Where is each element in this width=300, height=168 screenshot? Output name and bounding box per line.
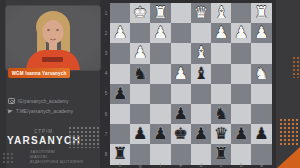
instagram-handle: IG/yarsanych_academy — [18, 99, 69, 104]
square-a2[interactable]: ♟ — [251, 23, 271, 43]
square-f2[interactable]: ♟ — [150, 23, 170, 43]
file-label-d: d — [191, 163, 211, 168]
instagram-icon — [8, 98, 15, 105]
tagline-block: ЗАХОПЛИВІ ШАХОВІ ВІДЕОУРОКИ ЩОТИЖНЯ — [30, 150, 83, 165]
square-c4[interactable] — [211, 64, 231, 84]
square-e3[interactable] — [171, 43, 191, 63]
white-pawn[interactable]: ♟ — [234, 25, 248, 41]
square-e1[interactable] — [171, 3, 191, 23]
square-h6[interactable] — [110, 104, 130, 124]
white-king[interactable]: ♚ — [133, 5, 147, 21]
white-pawn[interactable]: ♟ — [254, 25, 268, 41]
black-pawn[interactable]: ♟ — [174, 106, 188, 122]
square-a3[interactable] — [251, 43, 271, 63]
dot-grid-decoration — [68, 126, 100, 148]
square-a6[interactable] — [251, 104, 271, 124]
rank-label-2: 2 — [103, 31, 109, 36]
square-c8[interactable]: ♜ — [211, 144, 231, 164]
black-pawn[interactable]: ♟ — [153, 126, 167, 142]
social-links: IG/yarsanych_academy T.ME/yarsanych_acad… — [8, 96, 98, 116]
square-f1[interactable]: ♜ — [150, 3, 170, 23]
square-e5[interactable] — [171, 84, 191, 104]
file-label-e: e — [171, 163, 191, 168]
file-label-c: c — [211, 163, 231, 168]
square-d7[interactable]: ♟ — [191, 124, 211, 144]
square-g5[interactable] — [130, 84, 150, 104]
corner-accent — [277, 147, 300, 168]
file-label-g: g — [130, 163, 150, 168]
square-g4[interactable]: ♞ — [130, 64, 150, 84]
file-label-b: b — [231, 163, 251, 168]
white-bishop[interactable]: ♝ — [194, 45, 208, 61]
rank-label-3: 3 — [103, 51, 109, 56]
square-f7[interactable]: ♟ — [150, 124, 170, 144]
dot-grid-decoration — [292, 56, 300, 78]
square-b6[interactable] — [231, 104, 251, 124]
square-c1[interactable]: ♝ — [211, 3, 231, 23]
square-e8[interactable] — [171, 144, 191, 164]
rank-label-6: 6 — [103, 112, 109, 117]
square-f8[interactable] — [150, 144, 170, 164]
square-d6[interactable] — [191, 104, 211, 124]
white-bishop[interactable]: ♝ — [214, 5, 228, 21]
square-g7[interactable]: ♟ — [130, 124, 150, 144]
white-pawn[interactable]: ♟ — [113, 25, 127, 41]
social-row-telegram[interactable]: T.ME/yarsanych_academy — [8, 106, 98, 116]
square-e4[interactable]: ♟ — [171, 64, 191, 84]
square-h8[interactable]: ♜ — [110, 144, 130, 164]
tagline-line: ВІДЕОУРОКИ ЩОТИЖНЯ — [30, 160, 83, 165]
black-rook[interactable]: ♜ — [214, 146, 228, 162]
black-pawn[interactable]: ♟ — [113, 85, 127, 101]
square-h5[interactable]: ♟ — [110, 84, 130, 104]
rank-label-1: 1 — [103, 11, 109, 16]
square-a5[interactable] — [251, 84, 271, 104]
square-h3[interactable] — [110, 43, 130, 63]
kicker-label: СТРІМ — [7, 129, 53, 134]
square-f4[interactable] — [150, 64, 170, 84]
square-c2[interactable]: ♟ — [211, 23, 231, 43]
square-a8[interactable] — [251, 144, 271, 164]
white-queen[interactable]: ♛ — [194, 5, 208, 21]
white-pawn[interactable]: ♟ — [174, 65, 188, 81]
square-d2[interactable] — [191, 23, 211, 43]
square-d1[interactable]: ♛ — [191, 3, 211, 23]
square-f6[interactable] — [150, 104, 170, 124]
streamer-name-banner-label: WGM Ivanna Yarsanych — [12, 71, 67, 76]
black-pawn[interactable]: ♟ — [254, 126, 268, 142]
square-g3[interactable]: ♟ — [130, 43, 150, 63]
square-b8[interactable] — [231, 144, 251, 164]
streamer-portrait — [6, 6, 100, 70]
square-f5[interactable] — [150, 84, 170, 104]
square-b3[interactable] — [231, 43, 251, 63]
file-label-h: h — [110, 163, 130, 168]
square-g1[interactable]: ♚ — [130, 3, 150, 23]
file-label-a: a — [251, 163, 271, 168]
square-c7[interactable]: ♛ — [211, 124, 231, 144]
dot-grid-decoration — [279, 118, 299, 145]
black-rook[interactable]: ♜ — [113, 146, 127, 162]
webcam-frame — [6, 6, 100, 70]
square-g6[interactable] — [130, 104, 150, 124]
rank-label-4: 4 — [103, 71, 109, 76]
black-pawn[interactable]: ♟ — [133, 126, 147, 142]
social-row-instagram[interactable]: IG/yarsanych_academy — [8, 96, 98, 106]
square-h7[interactable] — [110, 124, 130, 144]
square-g2[interactable] — [130, 23, 150, 43]
white-pawn[interactable]: ♟ — [153, 25, 167, 41]
black-knight[interactable]: ♞ — [133, 65, 147, 81]
telegram-icon — [8, 109, 14, 114]
square-c6[interactable]: ♞ — [211, 104, 231, 124]
square-c5[interactable] — [211, 84, 231, 104]
white-knight[interactable]: ♞ — [254, 65, 268, 81]
telegram-handle: T.ME/yarsanych_academy — [16, 109, 73, 114]
square-e6[interactable]: ♟ — [171, 104, 191, 124]
square-d3[interactable]: ♝ — [191, 43, 211, 63]
square-h2[interactable]: ♟ — [110, 23, 130, 43]
rank-label-8: 8 — [103, 152, 109, 157]
black-pawn[interactable]: ♟ — [194, 126, 208, 142]
white-rook[interactable]: ♜ — [153, 5, 167, 21]
white-rook[interactable]: ♜ — [254, 5, 268, 21]
square-a4[interactable]: ♞ — [251, 64, 271, 84]
black-pawn[interactable]: ♟ — [234, 126, 248, 142]
square-h4[interactable] — [110, 64, 130, 84]
square-b4[interactable] — [231, 64, 251, 84]
dot-grid-decoration — [2, 152, 14, 165]
chess-board[interactable]: ♚♜♛♝♜♟♟♟♟♟♟♝♞♟♝♞♟♟♞♟♟♚♟♛♟♟♜♜ — [110, 3, 272, 165]
square-b7[interactable]: ♟ — [231, 124, 251, 144]
streamer-name-banner: WGM Ivanna Yarsanych — [8, 68, 70, 78]
black-queen[interactable]: ♛ — [214, 126, 228, 142]
white-pawn[interactable]: ♟ — [214, 25, 228, 41]
black-knight[interactable]: ♞ — [214, 106, 228, 122]
square-e7[interactable]: ♚ — [171, 124, 191, 144]
square-h1[interactable] — [110, 3, 130, 23]
rank-label-7: 7 — [103, 132, 109, 137]
square-b5[interactable] — [231, 84, 251, 104]
square-b1[interactable] — [231, 3, 251, 23]
square-g8[interactable] — [130, 144, 150, 164]
black-king[interactable]: ♚ — [174, 126, 188, 142]
square-d5[interactable] — [191, 84, 211, 104]
file-label-f: f — [150, 163, 170, 168]
square-d4[interactable]: ♝ — [191, 64, 211, 84]
square-f3[interactable] — [150, 43, 170, 63]
rank-label-5: 5 — [103, 91, 109, 96]
white-pawn[interactable]: ♟ — [133, 45, 147, 61]
square-d8[interactable] — [191, 144, 211, 164]
square-a1[interactable]: ♜ — [251, 3, 271, 23]
square-c3[interactable] — [211, 43, 231, 63]
square-b2[interactable]: ♟ — [231, 23, 251, 43]
square-a7[interactable]: ♟ — [251, 124, 271, 144]
square-e2[interactable] — [171, 23, 191, 43]
black-bishop[interactable]: ♝ — [194, 65, 208, 81]
